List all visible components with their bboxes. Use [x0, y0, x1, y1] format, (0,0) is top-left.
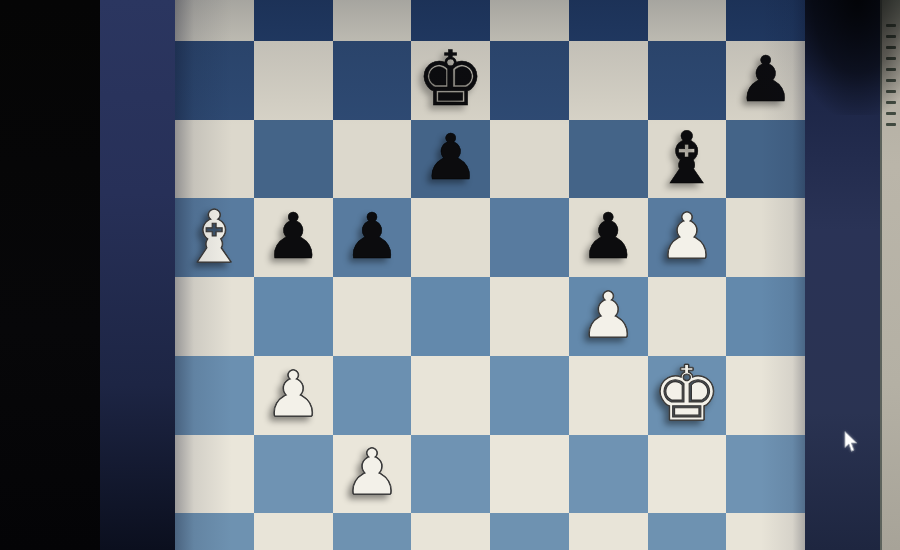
strip-tick-mark — [886, 123, 896, 126]
square-g6[interactable]: ♝ — [648, 120, 727, 199]
square-e3[interactable] — [490, 356, 569, 435]
square-a7[interactable] — [175, 41, 254, 120]
square-e5[interactable] — [490, 198, 569, 277]
square-c4[interactable] — [333, 277, 412, 356]
square-b6[interactable] — [254, 120, 333, 199]
square-b3[interactable]: ♟ — [254, 356, 333, 435]
strip-tick-mark — [886, 68, 896, 71]
square-a3[interactable] — [175, 356, 254, 435]
square-h2[interactable] — [726, 435, 805, 514]
square-a8[interactable] — [175, 0, 254, 41]
square-g2[interactable] — [648, 435, 727, 514]
square-h4[interactable] — [726, 277, 805, 356]
black-pawn[interactable]: ♟ — [265, 205, 321, 268]
square-c7[interactable] — [333, 41, 412, 120]
square-e2[interactable] — [490, 435, 569, 514]
black-pawn[interactable]: ♟ — [737, 48, 793, 111]
square-h5[interactable] — [726, 198, 805, 277]
square-c6[interactable] — [333, 120, 412, 199]
square-e7[interactable] — [490, 41, 569, 120]
square-c5[interactable]: ♟ — [333, 198, 412, 277]
white-bishop[interactable]: ♝ — [182, 201, 247, 273]
square-a4[interactable] — [175, 277, 254, 356]
black-pawn[interactable]: ♟ — [580, 205, 636, 268]
square-f7[interactable] — [569, 41, 648, 120]
square-c8[interactable] — [333, 0, 412, 41]
square-f8[interactable] — [569, 0, 648, 41]
square-d3[interactable] — [411, 356, 490, 435]
square-b7[interactable] — [254, 41, 333, 120]
square-f3[interactable] — [569, 356, 648, 435]
square-a6[interactable] — [175, 120, 254, 199]
square-h3[interactable] — [726, 356, 805, 435]
chess-board[interactable]: ♚♟♟♝♝♟♟♟♟♟♟♚♟ — [175, 0, 805, 550]
square-f6[interactable] — [569, 120, 648, 199]
square-f5[interactable]: ♟ — [569, 198, 648, 277]
strip-tick-mark — [886, 101, 896, 104]
square-d1[interactable] — [411, 513, 490, 550]
black-pawn[interactable]: ♟ — [422, 126, 478, 189]
black-pawn[interactable]: ♟ — [344, 205, 400, 268]
square-c3[interactable] — [333, 356, 412, 435]
square-g1[interactable] — [648, 513, 727, 550]
square-g5[interactable]: ♟ — [648, 198, 727, 277]
square-d4[interactable] — [411, 277, 490, 356]
square-h6[interactable] — [726, 120, 805, 199]
board-left-margin — [100, 0, 175, 550]
square-h7[interactable]: ♟ — [726, 41, 805, 120]
black-king[interactable]: ♚ — [417, 41, 485, 117]
chess-board-viewport: ♚♟♟♝♝♟♟♟♟♟♟♚♟ — [175, 0, 805, 550]
screen-edge-scrollbar-strip[interactable] — [880, 0, 900, 550]
white-pawn[interactable]: ♟ — [265, 363, 321, 426]
square-f2[interactable] — [569, 435, 648, 514]
square-b1[interactable] — [254, 513, 333, 550]
square-d6[interactable]: ♟ — [411, 120, 490, 199]
square-f1[interactable] — [569, 513, 648, 550]
white-pawn[interactable]: ♟ — [659, 205, 715, 268]
strip-tick-mark — [886, 57, 896, 60]
photographed-monitor-screen: ♚♟♟♝♝♟♟♟♟♟♟♚♟ — [0, 0, 900, 550]
square-b2[interactable] — [254, 435, 333, 514]
square-d5[interactable] — [411, 198, 490, 277]
strip-tick-mark — [886, 35, 896, 38]
square-e4[interactable] — [490, 277, 569, 356]
square-f4[interactable]: ♟ — [569, 277, 648, 356]
square-b5[interactable]: ♟ — [254, 198, 333, 277]
square-g8[interactable] — [648, 0, 727, 41]
board-right-margin — [805, 0, 880, 550]
black-bishop[interactable]: ♝ — [655, 122, 720, 194]
square-g3[interactable]: ♚ — [648, 356, 727, 435]
white-king[interactable]: ♚ — [653, 356, 721, 432]
square-g7[interactable] — [648, 41, 727, 120]
screen-left-dark-area — [0, 0, 100, 550]
square-e1[interactable] — [490, 513, 569, 550]
strip-tick-mark — [886, 46, 896, 49]
square-e8[interactable] — [490, 0, 569, 41]
square-b8[interactable] — [254, 0, 333, 41]
square-d2[interactable] — [411, 435, 490, 514]
strip-tick-mark — [886, 112, 896, 115]
square-a2[interactable] — [175, 435, 254, 514]
square-b4[interactable] — [254, 277, 333, 356]
strip-tick-mark — [886, 24, 896, 27]
strip-tick-mark — [886, 90, 896, 93]
square-d7[interactable]: ♚ — [411, 41, 490, 120]
square-g4[interactable] — [648, 277, 727, 356]
square-h1[interactable] — [726, 513, 805, 550]
square-a1[interactable] — [175, 513, 254, 550]
white-pawn[interactable]: ♟ — [344, 441, 400, 504]
white-pawn[interactable]: ♟ — [580, 284, 636, 347]
strip-tick-mark — [886, 79, 896, 82]
square-h8[interactable] — [726, 0, 805, 41]
square-c1[interactable] — [333, 513, 412, 550]
square-e6[interactable] — [490, 120, 569, 199]
square-c2[interactable]: ♟ — [333, 435, 412, 514]
square-a5[interactable]: ♝ — [175, 198, 254, 277]
